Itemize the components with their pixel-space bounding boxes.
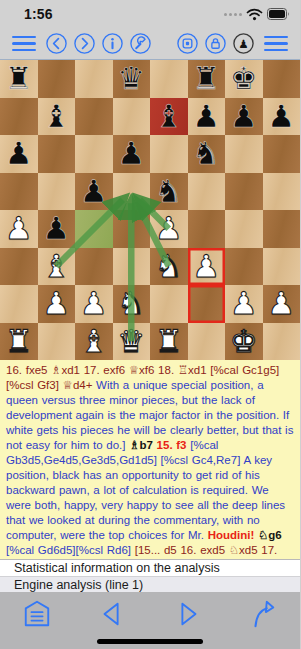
board-icon[interactable]	[176, 32, 199, 55]
square-g4[interactable]	[225, 210, 263, 248]
square-e5[interactable]: ♞	[150, 173, 188, 211]
square-b7[interactable]: ♝	[38, 98, 76, 136]
annotation-text[interactable]: 16. fxe5 ♗xd1 17. exf6 ♕xf6 18. ♖xd1 [%c…	[0, 360, 300, 559]
square-b6[interactable]	[38, 135, 76, 173]
square-c6[interactable]	[75, 135, 113, 173]
piece-a4: ♟	[0, 210, 38, 248]
piece-c2: ♟	[75, 285, 113, 323]
square-e2[interactable]	[150, 285, 188, 323]
square-d7[interactable]	[113, 98, 151, 136]
square-f3[interactable]: ♟	[188, 248, 226, 286]
menu-item-label: Engine analysis (line 1)	[14, 578, 143, 592]
square-g2[interactable]: ♟	[225, 285, 263, 323]
square-e6[interactable]	[150, 135, 188, 173]
square-f5[interactable]	[188, 173, 226, 211]
square-h2[interactable]: ♟	[263, 285, 301, 323]
piece-g1: ♚	[225, 323, 263, 361]
lock-icon[interactable]	[204, 32, 227, 55]
square-b1[interactable]	[38, 323, 76, 361]
square-b2[interactable]: ♟	[38, 285, 76, 323]
square-a6[interactable]: ♟	[0, 135, 38, 173]
square-d2[interactable]: ♞	[113, 285, 151, 323]
board: ♜♛♜♚♝♝♟♟♟♟♟♞♟♞♟♟♟♝♞♟♟♟♞♟♟♜♝♛♜♚	[0, 60, 300, 360]
piece-f7: ♟	[188, 98, 226, 136]
annotation-segment: A key position, black has an opportunity…	[6, 454, 289, 541]
piece-e3: ♞	[150, 248, 188, 286]
piece-a8: ♜	[0, 60, 38, 98]
square-f6[interactable]: ♞	[188, 135, 226, 173]
menu-item-label: Statistical information on the analysis	[14, 561, 220, 575]
cellular-signal-icon	[224, 13, 242, 16]
piece-e7: ♝	[150, 98, 188, 136]
square-d1[interactable]: ♛	[113, 323, 151, 361]
square-a4[interactable]: ♟	[0, 210, 38, 248]
piece-f8: ♜	[188, 60, 226, 98]
square-f7[interactable]: ♟	[188, 98, 226, 136]
square-c3[interactable]	[75, 248, 113, 286]
square-f4[interactable]	[188, 210, 226, 248]
engine-icon[interactable]: ♟	[232, 32, 255, 55]
game-list-icon[interactable]	[22, 599, 52, 629]
square-d3[interactable]	[113, 248, 151, 286]
square-a1[interactable]: ♜	[0, 323, 38, 361]
square-a2[interactable]	[0, 285, 38, 323]
piece-d6: ♟	[113, 135, 151, 173]
square-b5[interactable]	[38, 173, 76, 211]
piece-d1: ♛	[113, 323, 151, 361]
left-menu-icon[interactable]	[12, 36, 36, 52]
home-indicator[interactable]	[97, 639, 203, 644]
piece-c1: ♝	[75, 323, 113, 361]
annotation-segment: ♘g6	[258, 529, 285, 541]
square-d5[interactable]	[113, 173, 151, 211]
square-h8[interactable]	[263, 60, 301, 98]
variation-arrow-icon[interactable]	[248, 599, 278, 629]
square-a8[interactable]: ♜	[0, 60, 38, 98]
piece-b2: ♟	[38, 285, 76, 323]
square-c8[interactable]	[75, 60, 113, 98]
square-g1[interactable]: ♚	[225, 323, 263, 361]
piece-b4: ♟	[38, 210, 76, 248]
square-g3[interactable]	[225, 248, 263, 286]
bottom-toolbar	[0, 592, 300, 649]
clock-time: 1:56	[24, 6, 53, 22]
square-c7[interactable]	[75, 98, 113, 136]
square-h1[interactable]	[263, 323, 301, 361]
piece-d8: ♛	[113, 60, 151, 98]
square-e3[interactable]: ♞	[150, 248, 188, 286]
piece-g8: ♚	[225, 60, 263, 98]
status-icons	[224, 8, 290, 21]
square-d8[interactable]: ♛	[113, 60, 151, 98]
previous-move-icon[interactable]	[97, 599, 127, 629]
square-h7[interactable]: ♟	[263, 98, 301, 136]
piece-g7: ♟	[225, 98, 263, 136]
square-e8[interactable]	[150, 60, 188, 98]
square-e7[interactable]: ♝	[150, 98, 188, 136]
annotation-segment: 15. f3	[157, 439, 191, 451]
top-toolbar: ♟	[0, 28, 300, 60]
tools-icon[interactable]	[129, 32, 152, 55]
square-a5[interactable]	[0, 173, 38, 211]
piece-a6: ♟	[0, 135, 38, 173]
square-b8[interactable]	[38, 60, 76, 98]
square-c1[interactable]: ♝	[75, 323, 113, 361]
square-f2[interactable]	[188, 285, 226, 323]
piece-e5: ♞	[150, 173, 188, 211]
square-h4[interactable]	[263, 210, 301, 248]
back-icon[interactable]	[45, 32, 68, 55]
square-c5[interactable]: ♟	[75, 173, 113, 211]
piece-d2: ♞	[113, 285, 151, 323]
square-h6[interactable]	[263, 135, 301, 173]
square-h5[interactable]	[263, 173, 301, 211]
piece-b3: ♝	[38, 248, 76, 286]
square-f1[interactable]	[188, 323, 226, 361]
annotation-segment: [%cal Gd6d5][%csl Rd6]	[6, 544, 135, 556]
square-e1[interactable]: ♜	[150, 323, 188, 361]
square-b4[interactable]: ♟	[38, 210, 76, 248]
battery-icon	[267, 8, 290, 20]
right-menu-icon[interactable]	[264, 36, 288, 52]
annotation-segment: Houdini!	[208, 529, 258, 541]
piece-g2: ♟	[225, 285, 263, 323]
analysis-menu-panel: Statistical information on the analysis …	[0, 559, 300, 592]
wifi-icon	[246, 8, 263, 21]
square-c4[interactable]	[75, 210, 113, 248]
square-a3[interactable]	[0, 248, 38, 286]
square-b3[interactable]: ♝	[38, 248, 76, 286]
annotation-segment: ♗b7	[129, 439, 156, 451]
square-f8[interactable]: ♜	[188, 60, 226, 98]
piece-a1: ♜	[0, 323, 38, 361]
piece-c5: ♟	[75, 173, 113, 211]
square-c2[interactable]: ♟	[75, 285, 113, 323]
piece-f6: ♞	[188, 135, 226, 173]
status-bar: 1:56	[0, 0, 300, 28]
square-a7[interactable]	[0, 98, 38, 136]
piece-f3: ♟	[188, 248, 226, 286]
forward-icon[interactable]	[73, 32, 96, 55]
square-g7[interactable]: ♟	[225, 98, 263, 136]
next-move-icon[interactable]	[173, 599, 203, 629]
square-g8[interactable]: ♚	[225, 60, 263, 98]
square-g5[interactable]	[225, 173, 263, 211]
chess-board-container: ♜♛♜♚♝♝♟♟♟♟♟♞♟♞♟♟♟♝♞♟♟♟♞♟♟♜♝♛♜♚	[0, 60, 300, 360]
info-icon[interactable]	[101, 32, 124, 55]
square-g6[interactable]	[225, 135, 263, 173]
piece-e4: ♟	[150, 210, 188, 248]
square-d4[interactable]	[113, 210, 151, 248]
menu-item-engine-analysis[interactable]: Engine analysis (line 1)	[0, 576, 300, 592]
piece-h7: ♟	[263, 98, 301, 136]
square-h3[interactable]	[263, 248, 301, 286]
piece-h2: ♟	[263, 285, 301, 323]
menu-item-statistical-info[interactable]: Statistical information on the analysis	[0, 560, 300, 576]
svg-text:♟: ♟	[238, 37, 248, 51]
piece-b7: ♝	[38, 98, 76, 136]
piece-e1: ♜	[150, 323, 188, 361]
square-d6[interactable]: ♟	[113, 135, 151, 173]
square-e4[interactable]: ♟	[150, 210, 188, 248]
